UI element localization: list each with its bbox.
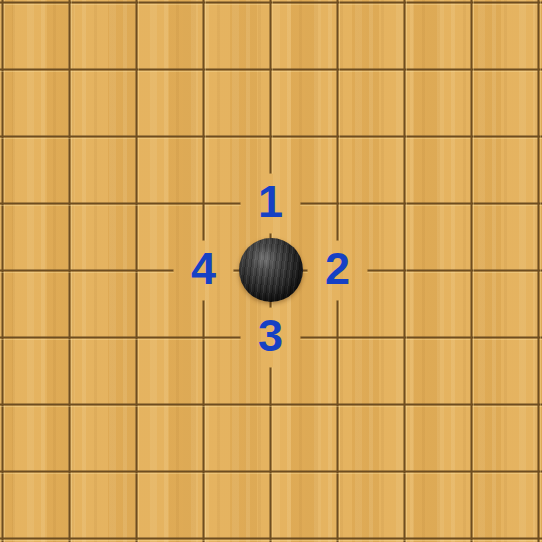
black-stone[interactable] — [239, 238, 303, 302]
go-board[interactable]: 1234 — [0, 0, 542, 542]
